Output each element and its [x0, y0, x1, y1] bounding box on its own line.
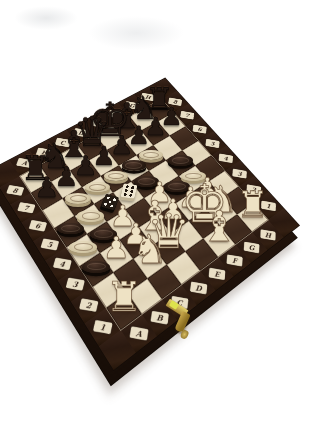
file-label-H: H: [260, 229, 275, 240]
rank-label-1: 1: [261, 200, 276, 211]
rank-label-7: 7: [17, 202, 35, 213]
product-photo-scene: 87654321HHGGFFEEDDCCBBAA87654321 ♜♞♝♛♚♝♞…: [0, 0, 310, 430]
rank-label-4: 4: [53, 257, 72, 270]
file-label-D: D: [190, 281, 207, 294]
rank-label-8: 8: [168, 97, 182, 106]
rank-label-5: 5: [205, 139, 219, 148]
file-label-C: C: [55, 137, 71, 147]
rank-label-7: 7: [180, 111, 194, 120]
file-label-C: C: [170, 295, 188, 308]
chess-board: 87654321HHGGFFEEDDCCBBAA87654321: [0, 78, 299, 370]
rank-label-8: 8: [6, 185, 24, 196]
file-label-A: A: [16, 158, 33, 168]
file-label-B: B: [36, 147, 53, 157]
board-wrap: 87654321HHGGFFEEDDCCBBAA87654321: [4, 5, 285, 392]
file-label-H: H: [141, 93, 155, 102]
file-label-E: E: [91, 119, 106, 128]
file-label-D: D: [73, 128, 89, 137]
file-label-G: G: [125, 101, 140, 110]
file-label-E: E: [208, 267, 225, 280]
file-label-B: B: [150, 310, 168, 324]
file-label-F: F: [108, 110, 123, 119]
file-label-G: G: [244, 241, 260, 253]
rank-label-1: 1: [93, 320, 113, 334]
file-label-A: A: [129, 326, 148, 340]
rank-label-4: 4: [218, 153, 232, 163]
rank-label-5: 5: [40, 238, 59, 250]
rank-label-2: 2: [79, 298, 98, 312]
rank-label-6: 6: [192, 124, 206, 133]
rank-label-6: 6: [29, 220, 47, 232]
rank-label-2: 2: [246, 184, 261, 194]
rank-label-3: 3: [66, 277, 85, 290]
file-label-F: F: [226, 254, 242, 266]
rank-label-3: 3: [232, 168, 247, 178]
